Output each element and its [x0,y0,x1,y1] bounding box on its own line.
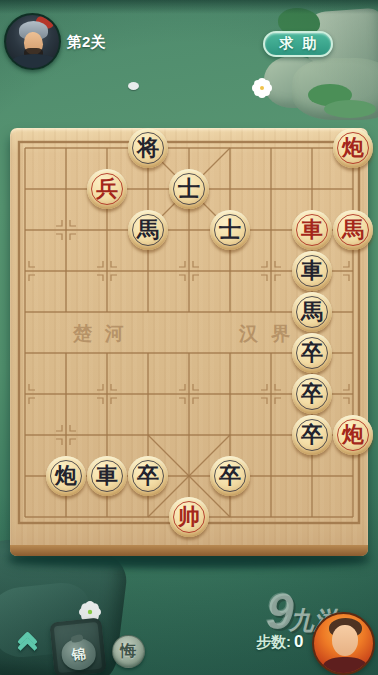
hint-bag-button[interactable]: 锦 [49,617,106,675]
piece-label: 兵 [96,178,118,200]
piece-label: 卒 [301,383,323,405]
piece-black-advisor[interactable]: 士 [210,210,250,250]
piece-red-chariot[interactable]: 車 [292,210,332,250]
piece-label: 車 [96,465,118,487]
piece-black-general[interactable]: 将 [128,128,168,168]
piece-label: 炮 [342,424,364,446]
piece-black-soldier[interactable]: 卒 [210,456,250,496]
bush-decoration [324,100,376,118]
level-label: 第2关 [67,33,105,52]
user-avatar-face-art [332,625,358,656]
hint-bag-label: 锦 [71,645,87,664]
piece-label: 炮 [55,465,77,487]
piece-black-soldier[interactable]: 卒 [292,333,332,373]
undo-button[interactable]: 悔 [112,635,145,668]
app-root: 第2关 求助 楚河 汉界 将炮兵士馬士車馬車馬卒卒卒炮炮車卒卒帅 锦 悔 9 九… [0,0,378,675]
piece-label: 馬 [301,301,323,323]
steps-label: 步数: [256,633,291,652]
money-bag-icon: 锦 [60,637,97,671]
piece-label: 士 [219,219,241,241]
piece-label: 車 [301,260,323,282]
flower-decoration [86,608,95,617]
avatar-armor-art [11,54,58,70]
piece-black-cannon[interactable]: 炮 [46,456,86,496]
piece-label: 炮 [342,137,364,159]
piece-label: 車 [301,219,323,241]
piece-label: 将 [137,137,159,159]
steps-value: 0 [294,632,303,652]
piece-black-chariot[interactable]: 車 [87,456,127,496]
xiangqi-board: 楚河 汉界 将炮兵士馬士車馬車馬卒卒卒炮炮車卒卒帅 [10,128,368,556]
piece-red-horse[interactable]: 馬 [333,210,373,250]
piece-red-cannon[interactable]: 炮 [333,128,373,168]
piece-label: 馬 [342,219,364,241]
piece-label: 士 [178,178,200,200]
piece-red-general[interactable]: 帅 [169,497,209,537]
collapse-button[interactable] [12,634,42,668]
piece-label: 卒 [219,465,241,487]
piece-label: 卒 [301,424,323,446]
piece-label: 卒 [137,465,159,487]
piece-label: 馬 [137,219,159,241]
piece-label: 帅 [178,506,200,528]
piece-red-soldier[interactable]: 兵 [87,169,127,209]
piece-black-soldier[interactable]: 卒 [292,415,332,455]
piece-black-advisor[interactable]: 士 [169,169,209,209]
pieces-layer: 将炮兵士馬士車馬車馬卒卒卒炮炮車卒卒帅 [10,128,368,556]
steps-counter: 步数: 0 [256,632,303,652]
piece-black-horse[interactable]: 馬 [128,210,168,250]
piece-black-soldier[interactable]: 卒 [292,374,332,414]
piece-label: 卒 [301,342,323,364]
help-button[interactable]: 求助 [263,31,333,57]
piece-red-cannon[interactable]: 炮 [333,415,373,455]
user-avatar-shirt-art [323,657,367,675]
piece-black-soldier[interactable]: 卒 [128,456,168,496]
piece-black-horse[interactable]: 馬 [292,292,332,332]
piece-black-chariot[interactable]: 車 [292,251,332,291]
watermark-number: 9 [266,590,294,635]
player-avatar[interactable] [4,13,61,70]
flower-decoration [258,84,266,92]
user-avatar[interactable] [312,612,375,675]
pebble-decoration [128,82,139,90]
undo-label: 悔 [121,641,137,662]
